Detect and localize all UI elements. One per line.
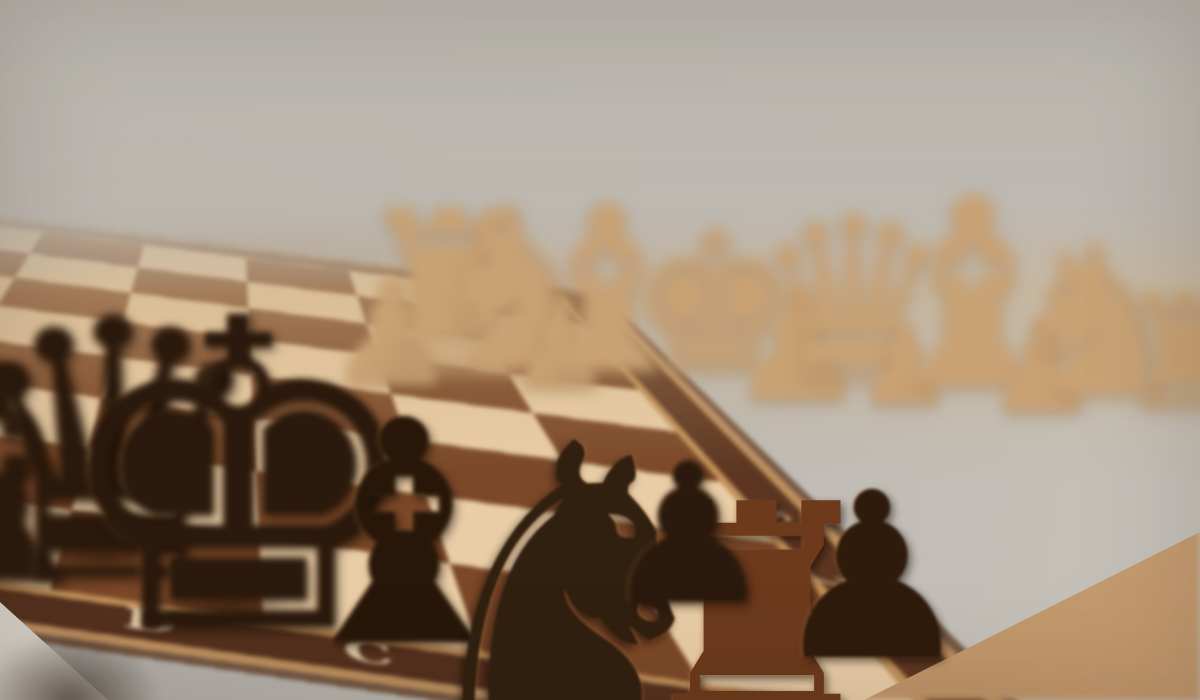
pieces-layer: ♝♛♚♝♞♜♟♟♟♜♞♟♝♚♟♛♟♝♟♞♜ bbox=[0, 0, 1200, 700]
piece-black-pawn-a6: ♟ bbox=[757, 462, 987, 692]
piece-white-rook-a1: ♜ bbox=[1107, 275, 1200, 431]
chess-photo-scene: DCB76 ♝♛♚♝♞♜♟♟♟♜♞♟♝♚♟♛♟♝♟♞♜ bbox=[0, 0, 1200, 700]
